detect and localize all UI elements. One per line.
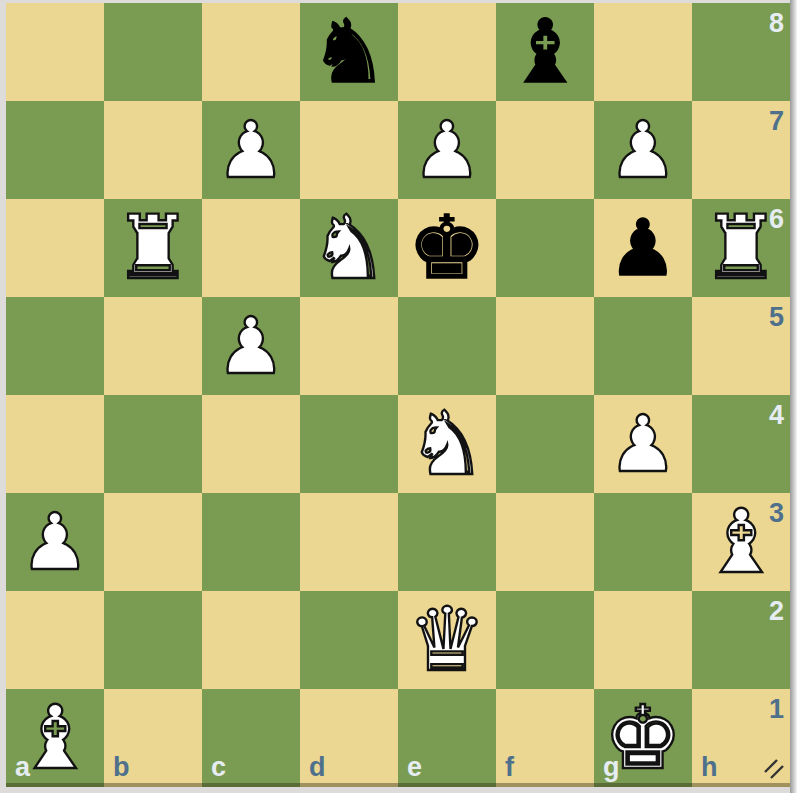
square-b3[interactable] <box>104 493 202 591</box>
rank-label-8: 8 <box>769 8 784 39</box>
square-e4[interactable]: ♞ <box>398 395 496 493</box>
piece-black-pawn[interactable]: ♟ <box>594 199 692 297</box>
square-g2[interactable] <box>594 591 692 689</box>
square-b4[interactable] <box>104 395 202 493</box>
piece-white-king[interactable]: ♚ <box>594 689 692 787</box>
piece-white-rook[interactable]: ♜ <box>104 199 202 297</box>
square-g3[interactable] <box>594 493 692 591</box>
file-label-h: h <box>701 752 718 783</box>
square-f1[interactable]: f <box>496 689 594 787</box>
square-h4[interactable]: 4 <box>692 395 790 493</box>
square-c2[interactable] <box>202 591 300 689</box>
piece-white-pawn[interactable]: ♟ <box>6 493 104 591</box>
piece-black-king[interactable]: ♚ <box>398 199 496 297</box>
square-d4[interactable] <box>300 395 398 493</box>
square-g4[interactable]: ♟ <box>594 395 692 493</box>
square-g6[interactable]: ♟ <box>594 199 692 297</box>
square-h1[interactable]: 1h <box>692 689 790 787</box>
square-g1[interactable]: ♚g <box>594 689 692 787</box>
file-label-c: c <box>211 752 226 783</box>
piece-white-queen[interactable]: ♛ <box>398 591 496 689</box>
square-d1[interactable]: d <box>300 689 398 787</box>
piece-white-knight[interactable]: ♞ <box>300 199 398 297</box>
square-d2[interactable] <box>300 591 398 689</box>
square-c5[interactable]: ♟ <box>202 297 300 395</box>
square-a5[interactable] <box>6 297 104 395</box>
square-d6[interactable]: ♞ <box>300 199 398 297</box>
piece-white-bishop[interactable]: ♝ <box>6 689 104 787</box>
square-f3[interactable] <box>496 493 594 591</box>
square-b2[interactable] <box>104 591 202 689</box>
square-h3[interactable]: ♝3 <box>692 493 790 591</box>
piece-white-pawn[interactable]: ♟ <box>202 297 300 395</box>
square-a2[interactable] <box>6 591 104 689</box>
square-c7[interactable]: ♟ <box>202 101 300 199</box>
piece-white-pawn[interactable]: ♟ <box>594 101 692 199</box>
square-h2[interactable]: 2 <box>692 591 790 689</box>
square-f8[interactable]: ♝ <box>496 3 594 101</box>
square-b8[interactable] <box>104 3 202 101</box>
square-c1[interactable]: c <box>202 689 300 787</box>
rank-label-2: 2 <box>769 596 784 627</box>
square-c8[interactable] <box>202 3 300 101</box>
file-label-e: e <box>407 752 422 783</box>
square-a7[interactable] <box>6 101 104 199</box>
piece-white-pawn[interactable]: ♟ <box>594 395 692 493</box>
file-label-f: f <box>505 752 514 783</box>
square-c4[interactable] <box>202 395 300 493</box>
square-a8[interactable] <box>6 3 104 101</box>
resize-diagonal-icon <box>763 758 785 780</box>
square-e8[interactable] <box>398 3 496 101</box>
square-e7[interactable]: ♟ <box>398 101 496 199</box>
board-right-edge <box>790 0 797 793</box>
square-b1[interactable]: b <box>104 689 202 787</box>
square-f7[interactable] <box>496 101 594 199</box>
square-g8[interactable] <box>594 3 692 101</box>
square-g5[interactable] <box>594 297 692 395</box>
file-label-d: d <box>309 752 326 783</box>
square-d7[interactable] <box>300 101 398 199</box>
square-c6[interactable] <box>202 199 300 297</box>
square-h5[interactable]: 5 <box>692 297 790 395</box>
square-e2[interactable]: ♛ <box>398 591 496 689</box>
piece-black-bishop[interactable]: ♝ <box>496 3 594 101</box>
rank-label-5: 5 <box>769 302 784 333</box>
square-g7[interactable]: ♟ <box>594 101 692 199</box>
square-e1[interactable]: e <box>398 689 496 787</box>
square-f2[interactable] <box>496 591 594 689</box>
board-resize-handle[interactable] <box>763 758 785 780</box>
rank-label-4: 4 <box>769 400 784 431</box>
piece-black-knight[interactable]: ♞ <box>300 3 398 101</box>
rank-label-7: 7 <box>769 106 784 137</box>
square-h7[interactable]: 7 <box>692 101 790 199</box>
square-f4[interactable] <box>496 395 594 493</box>
file-label-b: b <box>113 752 130 783</box>
square-b6[interactable]: ♜ <box>104 199 202 297</box>
square-b5[interactable] <box>104 297 202 395</box>
square-a4[interactable] <box>6 395 104 493</box>
square-d3[interactable] <box>300 493 398 591</box>
square-h8[interactable]: 8 <box>692 3 790 101</box>
square-e6[interactable]: ♚ <box>398 199 496 297</box>
square-d8[interactable]: ♞ <box>300 3 398 101</box>
chess-board: ♞♝8♟♟♟7♜♞♚♟♜6♟5♞♟4♟♝3♛2♝abcdef♚g1h <box>6 3 790 787</box>
square-f5[interactable] <box>496 297 594 395</box>
square-e5[interactable] <box>398 297 496 395</box>
piece-white-bishop[interactable]: ♝ <box>692 493 790 591</box>
square-e3[interactable] <box>398 493 496 591</box>
square-c3[interactable] <box>202 493 300 591</box>
piece-white-pawn[interactable]: ♟ <box>202 101 300 199</box>
square-a1[interactable]: ♝a <box>6 689 104 787</box>
square-a3[interactable]: ♟ <box>6 493 104 591</box>
piece-white-rook[interactable]: ♜ <box>692 199 790 297</box>
rank-label-1: 1 <box>769 694 784 725</box>
piece-white-knight[interactable]: ♞ <box>398 395 496 493</box>
square-f6[interactable] <box>496 199 594 297</box>
square-b7[interactable] <box>104 101 202 199</box>
chess-board-wrap: ♞♝8♟♟♟7♜♞♚♟♜6♟5♞♟4♟♝3♛2♝abcdef♚g1h <box>6 3 790 787</box>
piece-white-pawn[interactable]: ♟ <box>398 101 496 199</box>
square-a6[interactable] <box>6 199 104 297</box>
square-d5[interactable] <box>300 297 398 395</box>
square-h6[interactable]: ♜6 <box>692 199 790 297</box>
